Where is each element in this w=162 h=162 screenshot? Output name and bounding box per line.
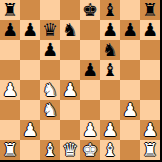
piece-white-pawn[interactable]: ♟ <box>62 80 78 100</box>
square-e8[interactable]: ♚ <box>80 0 100 20</box>
piece-black-knight[interactable]: ♞ <box>102 40 118 60</box>
square-h1[interactable]: ♜ <box>140 140 160 160</box>
piece-black-pawn[interactable]: ♟ <box>42 40 58 60</box>
square-a8[interactable]: ♜ <box>0 0 20 20</box>
square-b1[interactable] <box>20 140 40 160</box>
piece-white-knight[interactable]: ♞ <box>42 80 58 100</box>
square-c3[interactable]: ♞ <box>40 100 60 120</box>
piece-white-pawn[interactable]: ♟ <box>122 100 138 120</box>
square-f8[interactable]: ♝ <box>100 0 120 20</box>
piece-white-rook[interactable]: ♜ <box>2 140 18 160</box>
square-f5[interactable]: ♝ <box>100 60 120 80</box>
piece-black-rook[interactable]: ♜ <box>2 0 18 20</box>
square-f6[interactable]: ♞ <box>100 40 120 60</box>
square-g1[interactable] <box>120 140 140 160</box>
piece-black-queen[interactable]: ♛ <box>42 20 58 40</box>
square-c6[interactable]: ♟ <box>40 40 60 60</box>
square-h7[interactable]: ♟ <box>140 20 160 40</box>
square-g8[interactable] <box>120 0 140 20</box>
square-f7[interactable]: ♟ <box>100 20 120 40</box>
square-e2[interactable]: ♟ <box>80 120 100 140</box>
square-a2[interactable] <box>0 120 20 140</box>
square-d8[interactable] <box>60 0 80 20</box>
piece-white-queen[interactable]: ♛ <box>62 140 78 160</box>
square-c5[interactable] <box>40 60 60 80</box>
square-e6[interactable] <box>80 40 100 60</box>
square-b8[interactable] <box>20 0 40 20</box>
square-d2[interactable] <box>60 120 80 140</box>
board-grid: ♜♚♝♜♟♟♛♞♟♟♟♟♞♟♝♟♞♟♞♟♟♟♟♟♜♝♛♚♝♜ <box>0 0 160 160</box>
square-c7[interactable]: ♛ <box>40 20 60 40</box>
square-f2[interactable]: ♟ <box>100 120 120 140</box>
piece-black-pawn[interactable]: ♟ <box>82 60 98 80</box>
piece-white-pawn[interactable]: ♟ <box>22 120 38 140</box>
square-f1[interactable]: ♝ <box>100 140 120 160</box>
square-b5[interactable] <box>20 60 40 80</box>
square-c2[interactable] <box>40 120 60 140</box>
square-e5[interactable]: ♟ <box>80 60 100 80</box>
square-g6[interactable] <box>120 40 140 60</box>
square-b7[interactable]: ♟ <box>20 20 40 40</box>
square-c1[interactable]: ♝ <box>40 140 60 160</box>
piece-black-pawn[interactable]: ♟ <box>102 20 118 40</box>
square-h5[interactable] <box>140 60 160 80</box>
chess-board: ♜♚♝♜♟♟♛♞♟♟♟♟♞♟♝♟♞♟♞♟♟♟♟♟♜♝♛♚♝♜ <box>0 0 162 162</box>
square-a7[interactable]: ♟ <box>0 20 20 40</box>
square-f3[interactable] <box>100 100 120 120</box>
square-g5[interactable] <box>120 60 140 80</box>
square-a4[interactable]: ♟ <box>0 80 20 100</box>
square-a5[interactable] <box>0 60 20 80</box>
square-g7[interactable]: ♟ <box>120 20 140 40</box>
square-h2[interactable]: ♟ <box>140 120 160 140</box>
square-c8[interactable] <box>40 0 60 20</box>
square-g4[interactable] <box>120 80 140 100</box>
square-a1[interactable]: ♜ <box>0 140 20 160</box>
piece-white-bishop[interactable]: ♝ <box>42 140 58 160</box>
square-h4[interactable] <box>140 80 160 100</box>
square-e7[interactable] <box>80 20 100 40</box>
square-a6[interactable] <box>0 40 20 60</box>
piece-white-rook[interactable]: ♜ <box>142 140 158 160</box>
piece-white-knight[interactable]: ♞ <box>42 100 58 120</box>
square-g2[interactable] <box>120 120 140 140</box>
square-d1[interactable]: ♛ <box>60 140 80 160</box>
piece-black-pawn[interactable]: ♟ <box>122 20 138 40</box>
square-h3[interactable] <box>140 100 160 120</box>
square-d7[interactable]: ♞ <box>60 20 80 40</box>
square-c4[interactable]: ♞ <box>40 80 60 100</box>
square-d5[interactable] <box>60 60 80 80</box>
piece-black-pawn[interactable]: ♟ <box>142 20 158 40</box>
square-e3[interactable] <box>80 100 100 120</box>
square-f4[interactable] <box>100 80 120 100</box>
square-d6[interactable] <box>60 40 80 60</box>
piece-black-rook[interactable]: ♜ <box>142 0 158 20</box>
square-d4[interactable]: ♟ <box>60 80 80 100</box>
square-a3[interactable] <box>0 100 20 120</box>
piece-black-bishop[interactable]: ♝ <box>102 60 118 80</box>
square-h8[interactable]: ♜ <box>140 0 160 20</box>
square-h6[interactable] <box>140 40 160 60</box>
piece-white-pawn[interactable]: ♟ <box>102 120 118 140</box>
square-e4[interactable] <box>80 80 100 100</box>
piece-white-king[interactable]: ♚ <box>82 140 98 160</box>
piece-white-pawn[interactable]: ♟ <box>2 80 18 100</box>
square-d3[interactable] <box>60 100 80 120</box>
piece-white-bishop[interactable]: ♝ <box>102 140 118 160</box>
piece-black-pawn[interactable]: ♟ <box>2 20 18 40</box>
piece-black-bishop[interactable]: ♝ <box>102 0 118 20</box>
piece-white-pawn[interactable]: ♟ <box>82 120 98 140</box>
piece-black-knight[interactable]: ♞ <box>62 20 78 40</box>
piece-black-pawn[interactable]: ♟ <box>22 20 38 40</box>
piece-black-king[interactable]: ♚ <box>82 0 98 20</box>
square-e1[interactable]: ♚ <box>80 140 100 160</box>
square-g3[interactable]: ♟ <box>120 100 140 120</box>
square-b2[interactable]: ♟ <box>20 120 40 140</box>
square-b4[interactable] <box>20 80 40 100</box>
piece-white-pawn[interactable]: ♟ <box>142 120 158 140</box>
square-b6[interactable] <box>20 40 40 60</box>
square-b3[interactable] <box>20 100 40 120</box>
